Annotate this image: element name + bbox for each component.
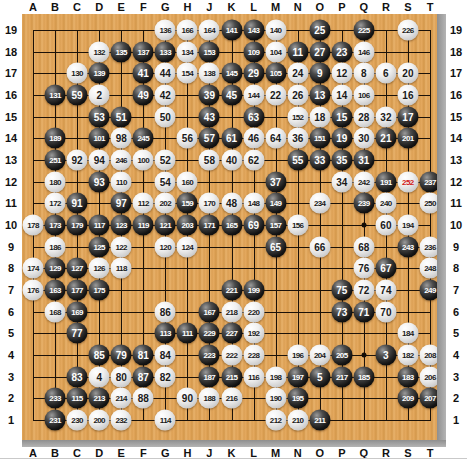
stone-A7-white-176[interactable]: 176: [23, 280, 44, 301]
stone-M17-black-105[interactable]: 105: [265, 63, 286, 84]
stone-C16-black-59[interactable]: 59: [67, 85, 88, 106]
stone-K6-white-218[interactable]: 218: [221, 301, 242, 322]
move-number: 62: [243, 150, 264, 171]
stone-D18-white-132[interactable]: 132: [89, 41, 110, 62]
stone-L3-white-116[interactable]: 116: [243, 366, 264, 387]
stone-Q11-black-239[interactable]: 239: [353, 193, 374, 214]
move-number: 215: [221, 366, 242, 387]
move-number: 4: [89, 366, 110, 387]
stone-R17-white-6[interactable]: 6: [375, 63, 396, 84]
stone-G15-white-50[interactable]: 50: [155, 106, 176, 127]
row-label-right-14: 14: [450, 132, 462, 144]
move-number: 35: [331, 150, 352, 171]
stone-G6-white-86[interactable]: 86: [155, 301, 176, 322]
stone-K13-white-40[interactable]: 40: [221, 150, 242, 171]
stone-E8-white-118[interactable]: 118: [111, 258, 132, 279]
row-label-left-18: 18: [5, 46, 17, 58]
stone-Q8-white-76[interactable]: 76: [353, 258, 374, 279]
stone-B14-black-189[interactable]: 189: [45, 128, 66, 149]
move-number: 23: [331, 41, 352, 62]
stone-R11-white-240[interactable]: 240: [375, 193, 396, 214]
move-number: 86: [155, 301, 176, 322]
stone-F14-black-245[interactable]: 245: [133, 128, 154, 149]
stone-N1-white-210[interactable]: 210: [287, 410, 308, 431]
stone-J14-black-57[interactable]: 57: [199, 128, 220, 149]
stone-D4-black-85[interactable]: 85: [89, 345, 110, 366]
stone-H19-white-166[interactable]: 166: [177, 20, 198, 41]
move-number: 197: [287, 366, 308, 387]
stone-L13-white-62[interactable]: 62: [243, 150, 264, 171]
move-number: 134: [177, 41, 198, 62]
stone-H10-black-203[interactable]: 203: [177, 215, 198, 236]
stone-C2-black-115[interactable]: 115: [67, 388, 88, 409]
stone-K3-black-215[interactable]: 215: [221, 366, 242, 387]
stone-J18-black-153[interactable]: 153: [199, 41, 220, 62]
stone-E9-white-122[interactable]: 122: [111, 236, 132, 257]
move-number: 221: [221, 280, 242, 301]
stone-H18-white-134[interactable]: 134: [177, 41, 198, 62]
stone-O4-white-204[interactable]: 204: [309, 345, 330, 366]
stone-K4-white-222[interactable]: 222: [221, 345, 242, 366]
stone-B8-black-129[interactable]: 129: [45, 258, 66, 279]
stone-C10-black-179[interactable]: 179: [67, 215, 88, 236]
stone-S3-black-183[interactable]: 183: [397, 366, 418, 387]
stone-M9-black-65[interactable]: 65: [265, 236, 286, 257]
move-number: 126: [89, 258, 110, 279]
move-number: 105: [265, 63, 286, 84]
move-number: 230: [67, 410, 88, 431]
stone-R6-white-70[interactable]: 70: [375, 301, 396, 322]
move-number: 141: [221, 20, 242, 41]
stone-E14-white-98[interactable]: 98: [111, 128, 132, 149]
stone-J15-black-43[interactable]: 43: [199, 106, 220, 127]
stone-K11-white-48[interactable]: 48: [221, 193, 242, 214]
stone-L18-black-109[interactable]: 109: [243, 41, 264, 62]
stone-R15-white-32[interactable]: 32: [375, 106, 396, 127]
stone-Q16-white-106[interactable]: 106: [353, 85, 374, 106]
stone-K17-black-145[interactable]: 145: [221, 63, 242, 84]
stone-E15-black-51[interactable]: 51: [111, 106, 132, 127]
stone-D15-black-53[interactable]: 53: [89, 106, 110, 127]
stone-J2-white-188[interactable]: 188: [199, 388, 220, 409]
stone-D17-black-139[interactable]: 139: [89, 63, 110, 84]
stone-Q9-white-68[interactable]: 68: [353, 236, 374, 257]
stone-F18-black-137[interactable]: 137: [133, 41, 154, 62]
stone-S2-black-209[interactable]: 209: [397, 388, 418, 409]
stone-O3-black-5[interactable]: 5: [309, 366, 330, 387]
stone-F3-black-87[interactable]: 87: [133, 366, 154, 387]
stone-G13-white-52[interactable]: 52: [155, 150, 176, 171]
stone-J11-white-170[interactable]: 170: [199, 193, 220, 214]
stone-Q7-white-72[interactable]: 72: [353, 280, 374, 301]
stone-P13-black-35[interactable]: 35: [331, 150, 352, 171]
stone-Q18-white-146[interactable]: 146: [353, 41, 374, 62]
stone-O14-black-151[interactable]: 151: [309, 128, 330, 149]
stone-G1-white-114[interactable]: 114: [155, 410, 176, 431]
stone-G16-white-42[interactable]: 42: [155, 85, 176, 106]
move-number: 90: [177, 388, 198, 409]
stone-B6-white-168[interactable]: 168: [45, 301, 66, 322]
move-number: 198: [265, 366, 286, 387]
stone-P14-black-19[interactable]: 19: [331, 128, 352, 149]
stone-Q3-black-185[interactable]: 185: [353, 366, 374, 387]
row-label-right-7: 7: [453, 284, 459, 296]
stone-S4-white-182[interactable]: 182: [397, 345, 418, 366]
col-label-top-K: K: [228, 1, 236, 13]
stone-N15-white-152[interactable]: 152: [287, 106, 308, 127]
stone-D14-black-101[interactable]: 101: [89, 128, 110, 149]
stone-R8-black-67[interactable]: 67: [375, 258, 396, 279]
stone-N14-white-36[interactable]: 36: [287, 128, 308, 149]
stone-G10-black-121[interactable]: 121: [155, 215, 176, 236]
col-label-top-E: E: [118, 1, 125, 13]
stone-M12-black-37[interactable]: 37: [265, 171, 286, 192]
stone-B1-black-231[interactable]: 231: [45, 410, 66, 431]
move-number: 50: [155, 106, 176, 127]
stone-D12-black-93[interactable]: 93: [89, 171, 110, 192]
stone-K19-black-141[interactable]: 141: [221, 20, 242, 41]
stone-Q6-black-71[interactable]: 71: [353, 301, 374, 322]
stone-C3-black-83[interactable]: 83: [67, 366, 88, 387]
stone-A8-white-174[interactable]: 174: [23, 258, 44, 279]
stone-O19-black-25[interactable]: 25: [309, 20, 330, 41]
stone-K14-black-61[interactable]: 61: [221, 128, 242, 149]
move-number: 182: [397, 345, 418, 366]
move-number: 125: [89, 236, 110, 257]
move-number: 40: [221, 150, 242, 171]
move-number: 129: [45, 258, 66, 279]
stone-L5-white-192[interactable]: 192: [243, 323, 264, 344]
stone-F4-black-81[interactable]: 81: [133, 345, 154, 366]
stone-L7-black-199[interactable]: 199: [243, 280, 264, 301]
stone-P16-white-14[interactable]: 14: [331, 85, 352, 106]
stone-S16-white-16[interactable]: 16: [397, 85, 418, 106]
stone-M3-white-198[interactable]: 198: [265, 366, 286, 387]
stone-K7-black-221[interactable]: 221: [221, 280, 242, 301]
stone-H11-black-159[interactable]: 159: [177, 193, 198, 214]
stone-N17-white-24[interactable]: 24: [287, 63, 308, 84]
stone-C5-black-77[interactable]: 77: [67, 323, 88, 344]
stone-D16-white-2[interactable]: 2: [89, 85, 110, 106]
stone-J4-black-223[interactable]: 223: [199, 345, 220, 366]
go-board[interactable]: 1361661641411431402522522613213513713313…: [22, 14, 437, 440]
move-number: 184: [397, 323, 418, 344]
stone-P6-black-73[interactable]: 73: [331, 301, 352, 322]
move-number: 166: [177, 20, 198, 41]
stone-G17-white-44[interactable]: 44: [155, 63, 176, 84]
stone-S19-white-226[interactable]: 226: [397, 20, 418, 41]
stone-Q13-black-31[interactable]: 31: [353, 150, 374, 171]
move-number: 214: [111, 388, 132, 409]
move-number: 232: [111, 410, 132, 431]
stone-Q15-white-28[interactable]: 28: [353, 106, 374, 127]
stone-K16-black-45[interactable]: 45: [221, 85, 242, 106]
stone-P4-black-205[interactable]: 205: [331, 345, 352, 366]
stone-A10-white-178[interactable]: 178: [23, 215, 44, 236]
move-number: 12: [331, 63, 352, 84]
stone-R14-black-21[interactable]: 21: [375, 128, 396, 149]
stone-O13-black-33[interactable]: 33: [309, 150, 330, 171]
move-number: 33: [309, 150, 330, 171]
stone-S17-white-20[interactable]: 20: [397, 63, 418, 84]
stone-N13-black-55[interactable]: 55: [287, 150, 308, 171]
col-label-top-M: M: [271, 1, 280, 13]
stone-L15-black-63[interactable]: 63: [243, 106, 264, 127]
stone-D8-white-126[interactable]: 126: [89, 258, 110, 279]
stone-M18-white-104[interactable]: 104: [265, 41, 286, 62]
stone-D2-black-213[interactable]: 213: [89, 388, 110, 409]
stone-D13-white-94[interactable]: 94: [89, 150, 110, 171]
col-label-top-C: C: [73, 1, 81, 13]
move-number: 231: [45, 410, 66, 431]
move-number: 240: [375, 193, 396, 214]
stone-E10-black-123[interactable]: 123: [111, 215, 132, 236]
move-number: 228: [243, 345, 264, 366]
stone-F13-white-100[interactable]: 100: [133, 150, 154, 171]
move-number: 186: [45, 236, 66, 257]
stone-B16-black-131[interactable]: 131: [45, 85, 66, 106]
stone-C8-black-127[interactable]: 127: [67, 258, 88, 279]
move-number: 110: [111, 171, 132, 192]
move-number: 6: [375, 63, 396, 84]
move-number: 74: [375, 280, 396, 301]
stone-L10-black-69[interactable]: 69: [243, 215, 264, 236]
row-label-left-8: 8: [8, 262, 14, 274]
stone-D10-black-117[interactable]: 117: [89, 215, 110, 236]
stone-E2-white-214[interactable]: 214: [111, 388, 132, 409]
move-number: 201: [397, 128, 418, 149]
stone-J16-black-39[interactable]: 39: [199, 85, 220, 106]
stone-O11-white-234[interactable]: 234: [309, 193, 330, 214]
stone-N16-white-26[interactable]: 26: [287, 85, 308, 106]
move-number: 119: [133, 215, 154, 236]
move-number: 61: [221, 128, 242, 149]
stone-N18-black-11[interactable]: 11: [287, 41, 308, 62]
move-number: 200: [89, 410, 110, 431]
stone-L17-black-29[interactable]: 29: [243, 63, 264, 84]
stone-F17-black-41[interactable]: 41: [133, 63, 154, 84]
stone-R12-black-191[interactable]: 191: [375, 171, 396, 192]
stone-J6-black-167[interactable]: 167: [199, 301, 220, 322]
row-label-right-17: 17: [450, 67, 462, 79]
stone-S9-black-243[interactable]: 243: [397, 236, 418, 257]
row-label-right-8: 8: [453, 262, 459, 274]
move-number: 127: [67, 258, 88, 279]
stone-P7-black-75[interactable]: 75: [331, 280, 352, 301]
stone-S12-white-252[interactable]: 252: [397, 171, 418, 192]
stone-M11-black-149[interactable]: 149: [265, 193, 286, 214]
stone-J3-black-187[interactable]: 187: [199, 366, 220, 387]
stone-M16-white-22[interactable]: 22: [265, 85, 286, 106]
stone-D3-white-4[interactable]: 4: [89, 366, 110, 387]
move-number: 132: [89, 41, 110, 62]
stone-L16-white-144[interactable]: 144: [243, 85, 264, 106]
move-number: 91: [67, 193, 88, 214]
stone-C11-black-91[interactable]: 91: [67, 193, 88, 214]
stone-E12-white-110[interactable]: 110: [111, 171, 132, 192]
stone-Q12-white-242[interactable]: 242: [353, 171, 374, 192]
move-number: 65: [265, 236, 286, 257]
stone-J13-white-58[interactable]: 58: [199, 150, 220, 171]
stone-S14-black-201[interactable]: 201: [397, 128, 418, 149]
stone-B9-white-186[interactable]: 186: [45, 236, 66, 257]
stone-F11-white-112[interactable]: 112: [133, 193, 154, 214]
stone-M19-white-140[interactable]: 140: [265, 20, 286, 41]
move-number: 71: [353, 301, 374, 322]
stone-S5-white-184[interactable]: 184: [397, 323, 418, 344]
stone-K10-black-165[interactable]: 165: [221, 215, 242, 236]
stone-J17-white-138[interactable]: 138: [199, 63, 220, 84]
move-number: 117: [89, 215, 110, 236]
move-number: 64: [265, 128, 286, 149]
move-number: 116: [243, 366, 264, 387]
stone-R10-white-60[interactable]: 60: [375, 215, 396, 236]
stone-G4-white-84[interactable]: 84: [155, 345, 176, 366]
stone-Q14-white-30[interactable]: 30: [353, 128, 374, 149]
stone-H2-white-90[interactable]: 90: [177, 388, 198, 409]
row-label-left-9: 9: [8, 241, 14, 253]
move-number: 153: [199, 41, 220, 62]
stone-E13-white-246[interactable]: 246: [111, 150, 132, 171]
stone-J5-black-229[interactable]: 229: [199, 323, 220, 344]
move-number: 80: [111, 366, 132, 387]
move-number: 159: [177, 193, 198, 214]
stone-M10-black-157[interactable]: 157: [265, 215, 286, 236]
stone-R7-white-74[interactable]: 74: [375, 280, 396, 301]
stone-E3-white-80[interactable]: 80: [111, 366, 132, 387]
stone-H12-white-160[interactable]: 160: [177, 171, 198, 192]
move-number: 137: [133, 41, 154, 62]
stone-H9-white-124[interactable]: 124: [177, 236, 198, 257]
stone-O1-black-211[interactable]: 211: [309, 410, 330, 431]
move-number: 2: [89, 85, 110, 106]
stone-N4-white-196[interactable]: 196: [287, 345, 308, 366]
stone-M1-white-212[interactable]: 212: [265, 410, 286, 431]
stone-L4-white-228[interactable]: 228: [243, 345, 264, 366]
col-label-top-F: F: [140, 1, 147, 13]
move-number: 185: [353, 366, 374, 387]
row-label-left-19: 19: [5, 24, 17, 36]
move-number: 121: [155, 215, 176, 236]
stone-M14-white-64[interactable]: 64: [265, 128, 286, 149]
stone-O9-white-66[interactable]: 66: [309, 236, 330, 257]
move-number: 85: [89, 345, 110, 366]
stone-K5-black-227[interactable]: 227: [221, 323, 242, 344]
stone-G5-black-113[interactable]: 113: [155, 323, 176, 344]
move-number: 209: [397, 388, 418, 409]
stone-C1-white-230[interactable]: 230: [67, 410, 88, 431]
move-number: 252: [397, 171, 418, 192]
stone-J10-black-171[interactable]: 171: [199, 215, 220, 236]
stone-K2-white-216[interactable]: 216: [221, 388, 242, 409]
stone-L19-black-143[interactable]: 143: [243, 20, 264, 41]
stone-G11-white-202[interactable]: 202: [155, 193, 176, 214]
stone-B13-black-251[interactable]: 251: [45, 150, 66, 171]
stone-H17-white-154[interactable]: 154: [177, 63, 198, 84]
stone-N2-black-195[interactable]: 195: [287, 388, 308, 409]
stone-P12-white-34[interactable]: 34: [331, 171, 352, 192]
stone-F10-black-119[interactable]: 119: [133, 215, 154, 236]
move-number: 174: [23, 258, 44, 279]
stone-G3-white-82[interactable]: 82: [155, 366, 176, 387]
stone-G18-black-133[interactable]: 133: [155, 41, 176, 62]
move-number: 123: [111, 215, 132, 236]
stone-G19-white-136[interactable]: 136: [155, 20, 176, 41]
stone-C7-black-177[interactable]: 177: [67, 280, 88, 301]
move-number: 160: [177, 171, 198, 192]
move-number: 251: [45, 150, 66, 171]
stone-O15-white-18[interactable]: 18: [309, 106, 330, 127]
stone-S15-black-17[interactable]: 17: [397, 106, 418, 127]
stone-S10-white-194[interactable]: 194: [397, 215, 418, 236]
stone-D9-black-125[interactable]: 125: [89, 236, 110, 257]
stone-R4-black-3[interactable]: 3: [375, 345, 396, 366]
stone-B2-black-233[interactable]: 233: [45, 388, 66, 409]
stone-D1-white-200[interactable]: 200: [89, 410, 110, 431]
stone-C13-white-92[interactable]: 92: [67, 150, 88, 171]
stone-P3-black-217[interactable]: 217: [331, 366, 352, 387]
move-number: 118: [111, 258, 132, 279]
stone-O18-black-27[interactable]: 27: [309, 41, 330, 62]
stone-B10-black-173[interactable]: 173: [45, 215, 66, 236]
stone-P17-white-12[interactable]: 12: [331, 63, 352, 84]
stone-B11-white-172[interactable]: 172: [45, 193, 66, 214]
stone-N10-white-156[interactable]: 156: [287, 215, 308, 236]
stone-L14-white-46[interactable]: 46: [243, 128, 264, 149]
stone-F2-white-88[interactable]: 88: [133, 388, 154, 409]
stone-E18-black-135[interactable]: 135: [111, 41, 132, 62]
stone-E4-black-79[interactable]: 79: [111, 345, 132, 366]
move-number: 79: [111, 345, 132, 366]
stone-G12-white-54[interactable]: 54: [155, 171, 176, 192]
stone-H14-white-56[interactable]: 56: [177, 128, 198, 149]
stone-Q19-black-225[interactable]: 225: [353, 20, 374, 41]
stone-E11-black-97[interactable]: 97: [111, 193, 132, 214]
stone-F16-black-49[interactable]: 49: [133, 85, 154, 106]
col-label-top-P: P: [338, 1, 345, 13]
stone-N3-black-197[interactable]: 197: [287, 366, 308, 387]
stone-M2-white-190[interactable]: 190: [265, 388, 286, 409]
move-number: 148: [243, 193, 264, 214]
stone-L6-white-220[interactable]: 220: [243, 301, 264, 322]
stone-H5-black-111[interactable]: 111: [177, 323, 198, 344]
move-number: 51: [111, 106, 132, 127]
move-number: 66: [309, 236, 330, 257]
stone-D7-black-175[interactable]: 175: [89, 280, 110, 301]
stone-P15-black-15[interactable]: 15: [331, 106, 352, 127]
stone-L11-white-148[interactable]: 148: [243, 193, 264, 214]
stone-O16-black-13[interactable]: 13: [309, 85, 330, 106]
stone-C17-white-130[interactable]: 130: [67, 63, 88, 84]
stone-J19-white-164[interactable]: 164: [199, 20, 220, 41]
stone-C6-black-169[interactable]: 169: [67, 301, 88, 322]
star-point: [361, 353, 366, 358]
panel-bottom-border: [0, 458, 467, 459]
move-number: 164: [199, 20, 220, 41]
row-label-right-3: 3: [453, 371, 459, 383]
stone-P18-black-23[interactable]: 23: [331, 41, 352, 62]
move-number: 176: [23, 280, 44, 301]
stone-B7-black-163[interactable]: 163: [45, 280, 66, 301]
col-label-top-S: S: [404, 1, 411, 13]
move-number: 15: [331, 106, 352, 127]
stone-O17-black-9[interactable]: 9: [309, 63, 330, 84]
stone-B12-white-180[interactable]: 180: [45, 171, 66, 192]
move-number: 189: [45, 128, 66, 149]
stone-Q17-white-8[interactable]: 8: [353, 63, 374, 84]
stone-E1-white-232[interactable]: 232: [111, 410, 132, 431]
stone-G9-white-120[interactable]: 120: [155, 236, 176, 257]
